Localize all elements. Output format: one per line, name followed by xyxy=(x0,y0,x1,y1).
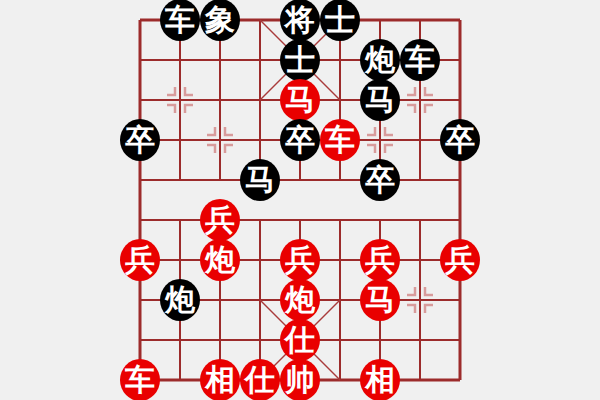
piece-black-general[interactable]: 将 xyxy=(280,0,320,41)
board-cell: 兵 xyxy=(200,200,240,240)
board-cell: 炮 xyxy=(360,40,400,80)
piece-black-cannon[interactable]: 炮 xyxy=(160,279,200,321)
piece-red-cannon[interactable]: 炮 xyxy=(200,239,240,281)
piece-red-horse[interactable]: 马 xyxy=(280,79,320,121)
board-cell: 马 xyxy=(280,80,320,120)
board-cell: 车 xyxy=(160,0,200,40)
piece-black-cannon[interactable]: 炮 xyxy=(360,39,400,81)
piece-red-soldier[interactable]: 兵 xyxy=(440,239,480,281)
board-cell: 卒 xyxy=(280,120,320,160)
piece-red-elephant[interactable]: 相 xyxy=(200,359,240,400)
board-cell: 相 xyxy=(200,360,240,400)
piece-red-soldier[interactable]: 兵 xyxy=(360,239,400,281)
board-cell: 马 xyxy=(240,160,280,200)
board-cell: 车 xyxy=(320,120,360,160)
piece-black-chariot[interactable]: 车 xyxy=(160,0,200,41)
board-cell: 车 xyxy=(120,360,160,400)
piece-black-soldier[interactable]: 卒 xyxy=(360,159,400,201)
board-cell: 卒 xyxy=(120,120,160,160)
board-cell: 炮 xyxy=(160,280,200,320)
piece-black-soldier[interactable]: 卒 xyxy=(120,119,160,161)
board-cell: 炮 xyxy=(280,280,320,320)
board-cell: 兵 xyxy=(360,240,400,280)
piece-black-advisor[interactable]: 士 xyxy=(320,0,360,41)
board-cell: 马 xyxy=(360,280,400,320)
board-cell: 兵 xyxy=(120,240,160,280)
board-cell: 仕 xyxy=(240,360,280,400)
piece-red-elephant[interactable]: 相 xyxy=(360,359,400,400)
piece-red-cannon[interactable]: 炮 xyxy=(280,279,320,321)
piece-black-soldier[interactable]: 卒 xyxy=(280,119,320,161)
board-cell: 兵 xyxy=(280,240,320,280)
piece-red-soldier[interactable]: 兵 xyxy=(200,199,240,241)
piece-red-chariot[interactable]: 车 xyxy=(320,119,360,161)
piece-black-soldier[interactable]: 卒 xyxy=(440,119,480,161)
piece-red-advisor[interactable]: 仕 xyxy=(240,359,280,400)
piece-red-advisor[interactable]: 仕 xyxy=(280,319,320,361)
board-cell: 帅 xyxy=(280,360,320,400)
board-cell: 仕 xyxy=(280,320,320,360)
piece-red-chariot[interactable]: 车 xyxy=(120,359,160,400)
xiangqi-app-canvas: 车象将士士炮车马马卒卒车卒马卒兵兵炮兵兵兵炮炮马仕车相仕帅相 xyxy=(0,0,600,400)
board-cell: 士 xyxy=(280,40,320,80)
piece-red-soldier[interactable]: 兵 xyxy=(280,239,320,281)
board-cell: 士 xyxy=(320,0,360,40)
xiangqi-board[interactable]: 车象将士士炮车马马卒卒车卒马卒兵兵炮兵兵兵炮炮马仕车相仕帅相 xyxy=(120,0,480,400)
board-cell: 马 xyxy=(360,80,400,120)
board-cell: 象 xyxy=(200,0,240,40)
piece-black-elephant[interactable]: 象 xyxy=(200,0,240,41)
piece-black-horse[interactable]: 马 xyxy=(240,159,280,201)
board-cell: 将 xyxy=(280,0,320,40)
piece-black-chariot[interactable]: 车 xyxy=(400,39,440,81)
piece-red-general[interactable]: 帅 xyxy=(280,359,320,400)
board-cell: 车 xyxy=(400,40,440,80)
piece-black-advisor[interactable]: 士 xyxy=(280,39,320,81)
board-cell: 卒 xyxy=(360,160,400,200)
board-cell: 相 xyxy=(360,360,400,400)
piece-red-horse[interactable]: 马 xyxy=(360,279,400,321)
piece-black-horse[interactable]: 马 xyxy=(360,79,400,121)
board-cell: 炮 xyxy=(200,240,240,280)
board-cell: 卒 xyxy=(440,120,480,160)
piece-red-soldier[interactable]: 兵 xyxy=(120,239,160,281)
board-cell: 兵 xyxy=(440,240,480,280)
